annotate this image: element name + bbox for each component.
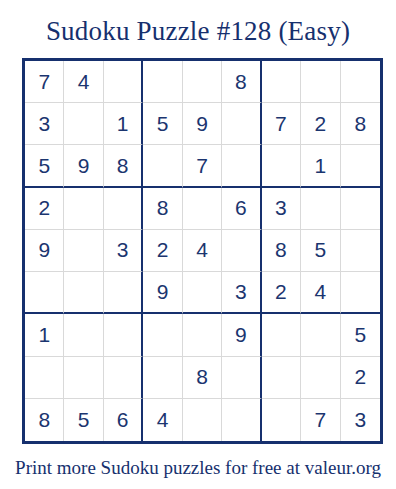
cell-r8c9: 2 (341, 357, 380, 399)
cell-r9c5 (183, 399, 222, 441)
cell-r8c2 (64, 357, 103, 399)
cell-r5c2 (64, 230, 103, 272)
cell-r1c2: 4 (64, 61, 103, 103)
cell-r4c1: 2 (25, 188, 64, 230)
cell-r3c8: 1 (301, 145, 340, 187)
cell-r4c7: 3 (262, 188, 301, 230)
cell-r6c5 (183, 272, 222, 314)
cell-r5c5: 4 (183, 230, 222, 272)
cell-r2c7: 7 (262, 103, 301, 145)
cell-r4c3 (104, 188, 143, 230)
cell-r6c6: 3 (222, 272, 261, 314)
cell-r5c6 (222, 230, 261, 272)
cell-r7c4 (143, 314, 182, 356)
puzzle-title: Sudoku Puzzle #128 (Easy) (0, 15, 396, 47)
cell-r2c3: 1 (104, 103, 143, 145)
cell-r1c8 (301, 61, 340, 103)
cell-r2c4: 5 (143, 103, 182, 145)
cell-r4c8 (301, 188, 340, 230)
cell-r7c7 (262, 314, 301, 356)
cell-r5c9 (341, 230, 380, 272)
cell-r6c2 (64, 272, 103, 314)
cell-r4c9 (341, 188, 380, 230)
cell-r7c2 (64, 314, 103, 356)
cell-r4c4: 8 (143, 188, 182, 230)
cell-r7c6: 9 (222, 314, 261, 356)
cell-r9c3: 6 (104, 399, 143, 441)
cell-r4c5 (183, 188, 222, 230)
cell-r7c8 (301, 314, 340, 356)
cell-r7c1: 1 (25, 314, 64, 356)
cell-r6c9 (341, 272, 380, 314)
cell-r2c6 (222, 103, 261, 145)
cell-r2c8: 2 (301, 103, 340, 145)
sudoku-grid: 7483159728598712863932485932419582856473 (22, 58, 383, 444)
cell-r6c4: 9 (143, 272, 182, 314)
cell-r4c6: 6 (222, 188, 261, 230)
cell-r5c3: 3 (104, 230, 143, 272)
cell-r1c1: 7 (25, 61, 64, 103)
cell-r4c2 (64, 188, 103, 230)
cell-r9c1: 8 (25, 399, 64, 441)
cell-r7c9: 5 (341, 314, 380, 356)
cell-r1c5 (183, 61, 222, 103)
cell-r3c9 (341, 145, 380, 187)
cell-r3c6 (222, 145, 261, 187)
cell-r7c5 (183, 314, 222, 356)
cell-r9c7 (262, 399, 301, 441)
cell-r8c5: 8 (183, 357, 222, 399)
cell-r8c1 (25, 357, 64, 399)
cell-r6c1 (25, 272, 64, 314)
cell-r1c6: 8 (222, 61, 261, 103)
cell-r3c3: 8 (104, 145, 143, 187)
cell-r3c1: 5 (25, 145, 64, 187)
cell-r9c2: 5 (64, 399, 103, 441)
cell-r5c7: 8 (262, 230, 301, 272)
cell-r1c7 (262, 61, 301, 103)
cell-r1c9 (341, 61, 380, 103)
cell-r5c4: 2 (143, 230, 182, 272)
cell-r9c8: 7 (301, 399, 340, 441)
cell-r2c1: 3 (25, 103, 64, 145)
cell-r2c5: 9 (183, 103, 222, 145)
cell-r6c7: 2 (262, 272, 301, 314)
cell-r8c7 (262, 357, 301, 399)
cell-r8c3 (104, 357, 143, 399)
footer-text: Print more Sudoku puzzles for free at va… (0, 456, 396, 480)
cell-r8c8 (301, 357, 340, 399)
cell-r8c6 (222, 357, 261, 399)
cell-r3c5: 7 (183, 145, 222, 187)
cell-r9c9: 3 (341, 399, 380, 441)
cell-r8c4 (143, 357, 182, 399)
cell-r2c9: 8 (341, 103, 380, 145)
cell-r1c3 (104, 61, 143, 103)
cell-r3c4 (143, 145, 182, 187)
cell-r9c6 (222, 399, 261, 441)
cell-r1c4 (143, 61, 182, 103)
cell-r9c4: 4 (143, 399, 182, 441)
cell-r2c2 (64, 103, 103, 145)
cell-r3c2: 9 (64, 145, 103, 187)
cell-r6c8: 4 (301, 272, 340, 314)
cell-r5c8: 5 (301, 230, 340, 272)
cell-r3c7 (262, 145, 301, 187)
cell-r5c1: 9 (25, 230, 64, 272)
cell-r6c3 (104, 272, 143, 314)
cell-r7c3 (104, 314, 143, 356)
